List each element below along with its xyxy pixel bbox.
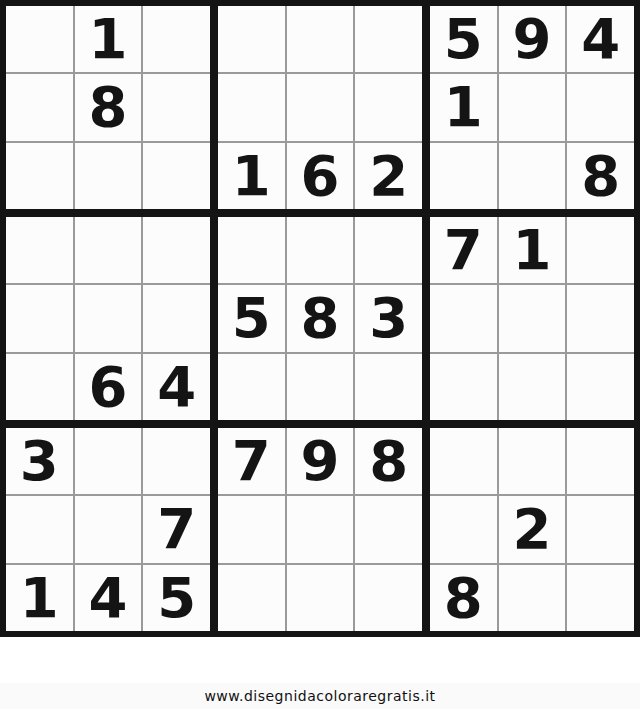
cell-r9c7[interactable]: 8 [430,565,497,631]
cell-r3c2[interactable] [75,143,142,209]
cell-r6c3[interactable]: 4 [143,354,210,420]
cell-r3c1[interactable] [6,143,73,209]
cell-r4c7[interactable]: 7 [430,217,497,283]
cell-r6c7[interactable] [430,354,497,420]
cell-r2c8[interactable] [499,74,566,140]
cell-r9c1[interactable]: 1 [6,565,73,631]
cell-r5c8[interactable] [499,285,566,351]
cell-r8c4[interactable] [218,496,285,562]
cell-r6c9[interactable] [567,354,634,420]
cell-r7c4[interactable]: 7 [218,428,285,494]
box-3: 59418 [430,6,634,209]
cell-r3c5[interactable]: 6 [287,143,354,209]
cell-r2c4[interactable] [218,74,285,140]
cell-r3c8[interactable] [499,143,566,209]
cell-r1c8[interactable]: 9 [499,6,566,72]
cell-r3c9[interactable]: 8 [567,143,634,209]
cell-r2c6[interactable] [355,74,422,140]
cell-r4c4[interactable] [218,217,285,283]
cell-r3c3[interactable] [143,143,210,209]
cell-r1c1[interactable] [6,6,73,72]
cell-r9c8[interactable] [499,565,566,631]
cell-r8c5[interactable] [287,496,354,562]
cell-r4c2[interactable] [75,217,142,283]
cell-r5c3[interactable] [143,285,210,351]
cell-r3c6[interactable]: 2 [355,143,422,209]
cell-r8c3[interactable]: 7 [143,496,210,562]
cell-r5c9[interactable] [567,285,634,351]
cell-r5c7[interactable] [430,285,497,351]
cell-r7c6[interactable]: 8 [355,428,422,494]
cell-r8c6[interactable] [355,496,422,562]
footer: www.disegnidacoloraregratis.it [0,683,640,709]
cell-r5c6[interactable]: 3 [355,285,422,351]
cell-r9c2[interactable]: 4 [75,565,142,631]
box-7: 37145 [6,428,210,631]
cell-r1c9[interactable]: 4 [567,6,634,72]
cell-r1c4[interactable] [218,6,285,72]
cell-r8c8[interactable]: 2 [499,496,566,562]
cell-r1c7[interactable]: 5 [430,6,497,72]
cell-r9c5[interactable] [287,565,354,631]
box-6: 71 [430,217,634,420]
box-8: 798 [218,428,422,631]
cell-r9c9[interactable] [567,565,634,631]
cell-r9c4[interactable] [218,565,285,631]
cell-r4c6[interactable] [355,217,422,283]
sudoku-board: 181625941864583713714579828 [0,0,640,637]
cell-r2c1[interactable] [6,74,73,140]
cell-r5c1[interactable] [6,285,73,351]
cell-r2c5[interactable] [287,74,354,140]
cell-r6c2[interactable]: 6 [75,354,142,420]
cell-r4c9[interactable] [567,217,634,283]
cell-r2c7[interactable]: 1 [430,74,497,140]
box-9: 28 [430,428,634,631]
cell-r9c6[interactable] [355,565,422,631]
cell-r7c7[interactable] [430,428,497,494]
cell-r1c2[interactable]: 1 [75,6,142,72]
cell-r8c9[interactable] [567,496,634,562]
cell-r1c5[interactable] [287,6,354,72]
cell-r3c4[interactable]: 1 [218,143,285,209]
cell-r7c2[interactable] [75,428,142,494]
cell-r1c6[interactable] [355,6,422,72]
cell-r6c5[interactable] [287,354,354,420]
cell-r5c2[interactable] [75,285,142,351]
cell-r2c3[interactable] [143,74,210,140]
cell-r6c6[interactable] [355,354,422,420]
watermark: www.disegnidacoloraregratis.it [204,688,435,704]
box-1: 18 [6,6,210,209]
cell-r7c3[interactable] [143,428,210,494]
box-4: 64 [6,217,210,420]
cell-r1c3[interactable] [143,6,210,72]
cell-r4c5[interactable] [287,217,354,283]
cell-r8c7[interactable] [430,496,497,562]
cell-r7c9[interactable] [567,428,634,494]
cell-r7c5[interactable]: 9 [287,428,354,494]
cell-r4c8[interactable]: 1 [499,217,566,283]
cell-r3c7[interactable] [430,143,497,209]
cell-r9c3[interactable]: 5 [143,565,210,631]
box-2: 162 [218,6,422,209]
cell-r8c2[interactable] [75,496,142,562]
cell-r8c1[interactable] [6,496,73,562]
box-5: 583 [218,217,422,420]
cell-r5c5[interactable]: 8 [287,285,354,351]
cell-r4c1[interactable] [6,217,73,283]
cell-r5c4[interactable]: 5 [218,285,285,351]
cell-r6c4[interactable] [218,354,285,420]
cell-r7c1[interactable]: 3 [6,428,73,494]
cell-r6c8[interactable] [499,354,566,420]
cell-r2c2[interactable]: 8 [75,74,142,140]
cell-r6c1[interactable] [6,354,73,420]
cell-r4c3[interactable] [143,217,210,283]
cell-r7c8[interactable] [499,428,566,494]
cell-r2c9[interactable] [567,74,634,140]
